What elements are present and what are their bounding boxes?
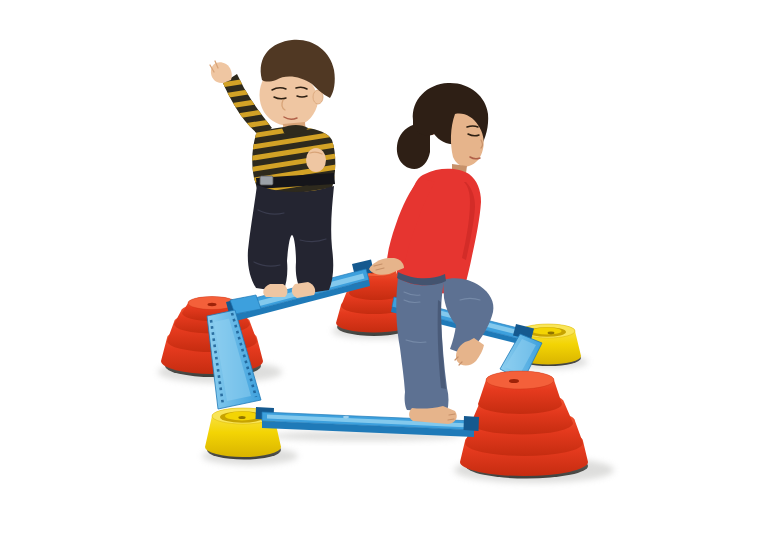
stone-inner [533, 327, 562, 334]
boy-jeans [248, 185, 334, 294]
boy-raised-hand [211, 62, 232, 83]
plank-logo-mark [343, 416, 349, 418]
stone-hole [548, 332, 555, 335]
stone-hole [208, 303, 217, 306]
stone-hole [509, 379, 519, 383]
stone-hole [238, 416, 245, 419]
balance-course [161, 260, 588, 479]
photo-canvas [0, 0, 771, 543]
balance-course-photo [0, 0, 771, 543]
plank-clamp [464, 416, 480, 431]
boy-figure [185, 40, 364, 298]
boy-belt-buckle [260, 176, 273, 185]
boy-left-foot [263, 284, 287, 297]
girl-figure [369, 83, 493, 424]
red-stepping-stone-front-right [460, 371, 588, 479]
stone-top [486, 371, 554, 389]
